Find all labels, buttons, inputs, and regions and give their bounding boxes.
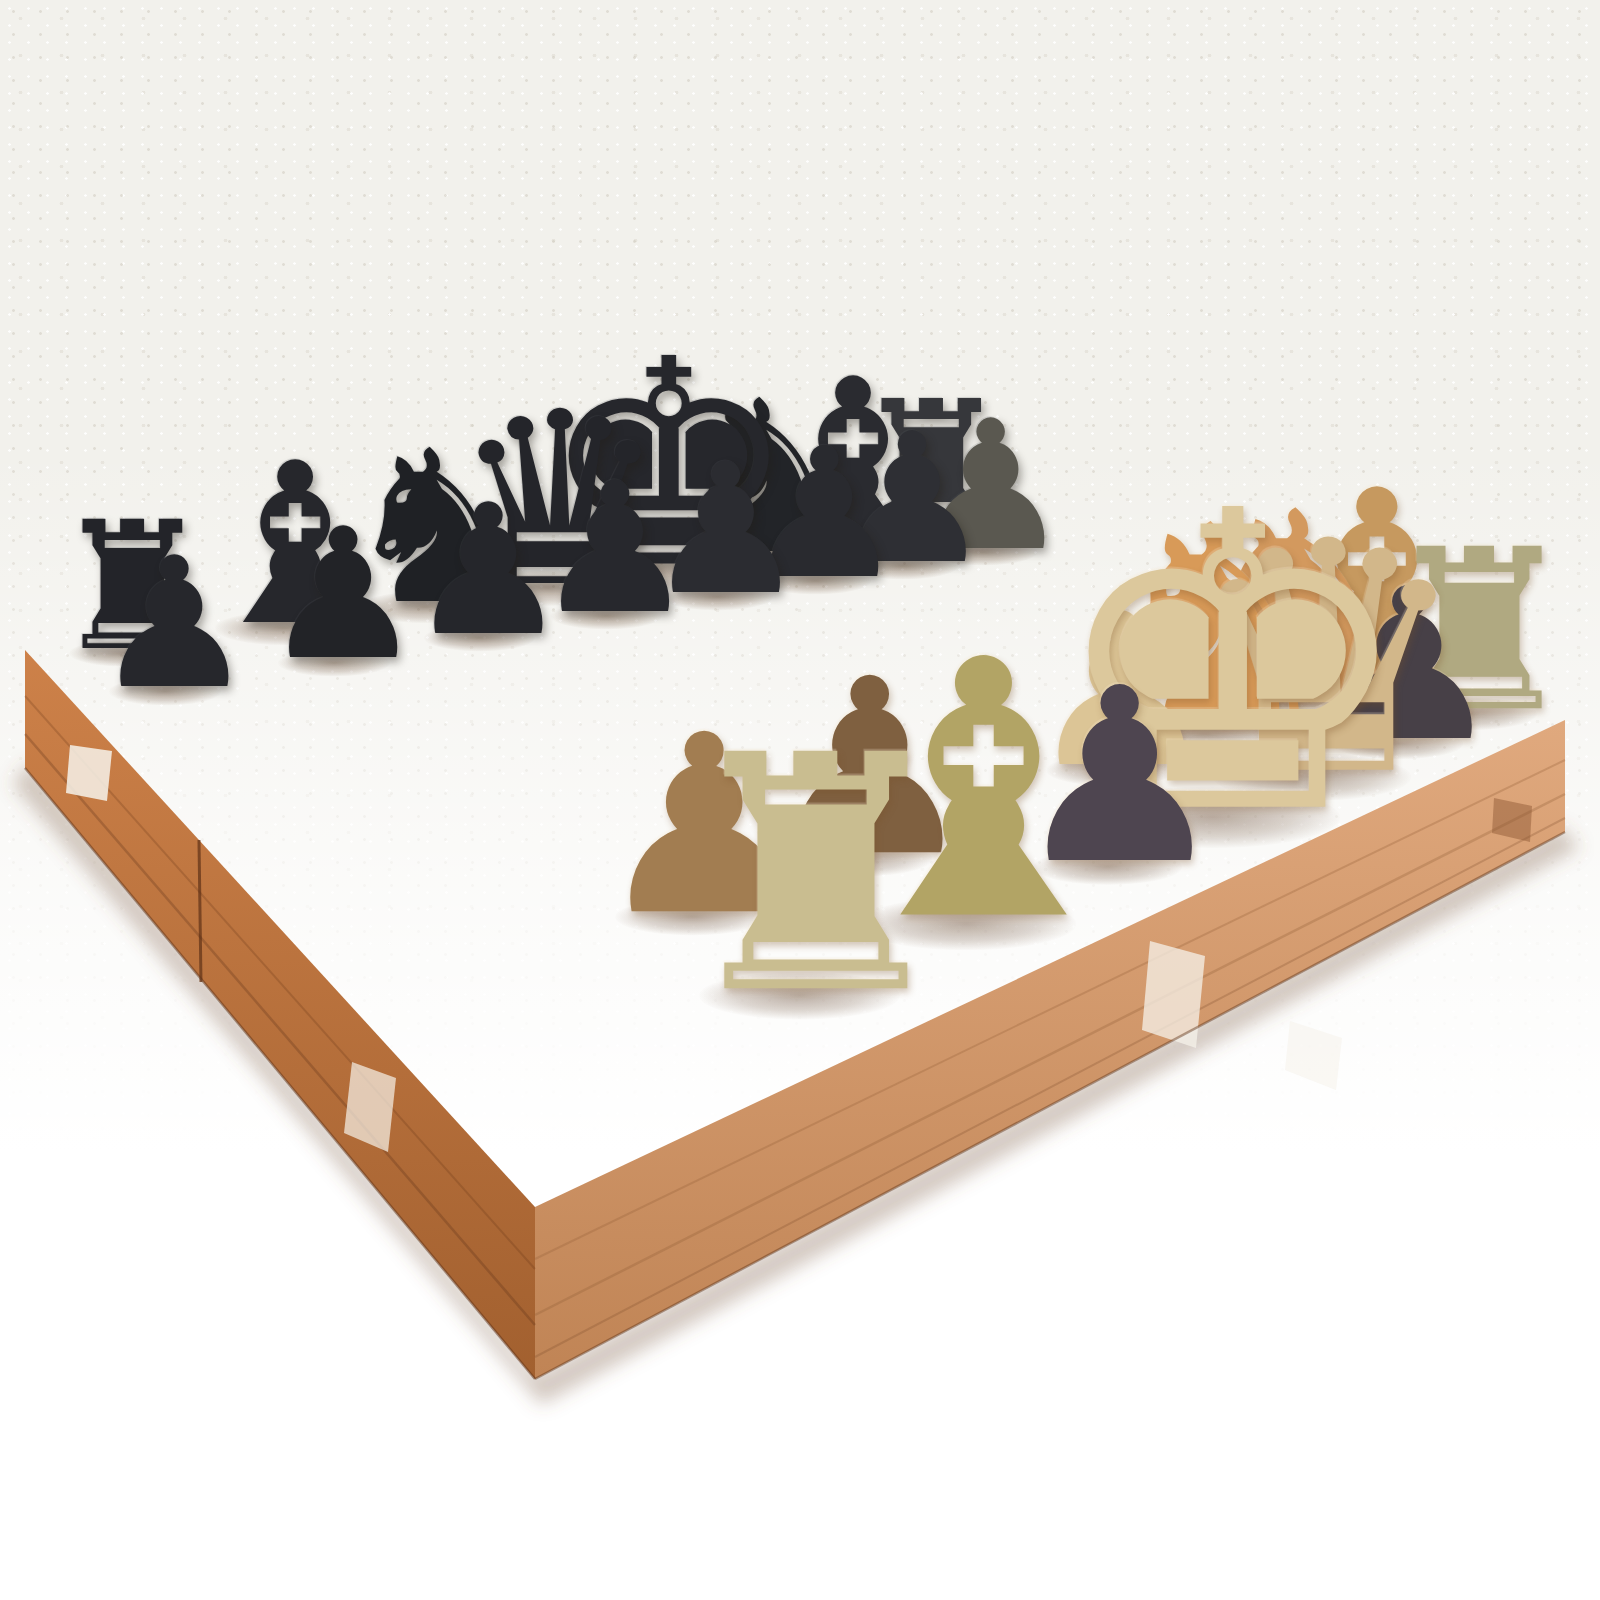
black-pawn[interactable]: ♟ [262,506,424,687]
pieces-layer: ♜♝♞♛♚♞♝♜♟♟♟♟♟♟♟♟♜♝♟♚♛♟♜♟♟♟♞♞♝♟ [0,0,1600,1600]
black-pawn[interactable]: ♟ [408,481,570,662]
photo-scene: ♜♝♞♛♚♞♝♜♟♟♟♟♟♟♟♟♜♝♟♚♛♟♜♟♟♟♞♞♝♟ [0,0,1600,1600]
black-pawn[interactable]: ♟ [94,534,256,714]
white-rook[interactable]: ♜ [670,713,961,1038]
